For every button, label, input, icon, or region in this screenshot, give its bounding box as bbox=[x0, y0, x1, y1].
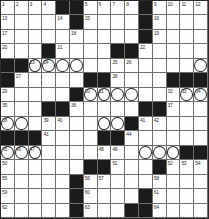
clue-number-63: 63 bbox=[85, 204, 90, 210]
cell-r3c4[interactable] bbox=[42, 30, 56, 44]
clue-number-49: 49 bbox=[112, 146, 117, 152]
circle-marker bbox=[70, 59, 83, 72]
cell-r10c15[interactable] bbox=[194, 131, 208, 145]
cell-r2c8[interactable] bbox=[98, 15, 112, 29]
cell-r13c8[interactable]: 57 bbox=[98, 175, 112, 189]
cell-r13c15[interactable] bbox=[194, 175, 208, 189]
cell-r9c3[interactable] bbox=[29, 117, 43, 131]
clue-number-19: 19 bbox=[154, 30, 159, 36]
clue-number-41: 41 bbox=[140, 117, 145, 123]
cell-r13c12[interactable]: 58 bbox=[153, 175, 167, 189]
cell-r5c13[interactable] bbox=[167, 59, 181, 73]
cell-r4c13[interactable] bbox=[167, 44, 181, 58]
cell-r8c14[interactable] bbox=[180, 102, 194, 116]
cell-r1c13[interactable]: 10 bbox=[167, 1, 181, 15]
cell-r12c2[interactable] bbox=[15, 160, 29, 174]
black-cell-r12c12 bbox=[153, 160, 167, 174]
black-cell-r10c1 bbox=[1, 131, 15, 145]
clue-number-16: 16 bbox=[154, 15, 159, 21]
clue-number-62: 62 bbox=[2, 204, 7, 210]
cell-r13c5[interactable] bbox=[56, 175, 70, 189]
black-cell-r4c10 bbox=[125, 44, 139, 58]
cell-r9c4[interactable]: 39 bbox=[42, 117, 56, 131]
cell-r15c7[interactable]: 63 bbox=[84, 204, 98, 218]
clue-number-54: 54 bbox=[195, 160, 200, 166]
cell-r14c12[interactable]: 61 bbox=[153, 189, 167, 203]
black-cell-r4c4 bbox=[42, 44, 56, 58]
cell-r14c10[interactable] bbox=[125, 189, 139, 203]
cell-r5c10[interactable]: 26 bbox=[125, 59, 139, 73]
cell-r5c3[interactable]: 23 bbox=[29, 59, 43, 73]
circle-marker bbox=[1, 146, 14, 159]
black-cell-r10c8 bbox=[98, 131, 112, 145]
cell-r8c15[interactable] bbox=[194, 102, 208, 116]
clue-number-56: 56 bbox=[85, 175, 90, 181]
clue-number-5: 5 bbox=[85, 1, 87, 7]
cell-r1c7[interactable]: 5 bbox=[84, 1, 98, 15]
clue-number-2: 2 bbox=[16, 1, 18, 7]
clue-number-11: 11 bbox=[181, 1, 186, 7]
cell-r12c11[interactable] bbox=[139, 160, 153, 174]
cell-r9c1[interactable]: 38 bbox=[1, 117, 15, 131]
clue-number-25: 25 bbox=[112, 59, 117, 65]
cell-r2c5[interactable]: 14 bbox=[56, 15, 70, 29]
cell-r3c10[interactable] bbox=[125, 30, 139, 44]
circle-marker bbox=[111, 88, 124, 101]
cell-r15c1[interactable]: 62 bbox=[1, 204, 15, 218]
cell-r5c4[interactable]: 24 bbox=[42, 59, 56, 73]
cell-r5c6[interactable] bbox=[70, 59, 84, 73]
cell-r11c9[interactable]: 49 bbox=[111, 146, 125, 160]
cell-r8c13[interactable]: 37 bbox=[167, 102, 181, 116]
cell-r10c6[interactable] bbox=[70, 131, 84, 145]
cell-r9c5[interactable]: 40 bbox=[56, 117, 70, 131]
circle-marker bbox=[56, 59, 69, 72]
cell-r2c10[interactable] bbox=[125, 15, 139, 29]
clue-number-29: 29 bbox=[2, 88, 7, 94]
black-cell-r6c15 bbox=[194, 73, 208, 87]
cell-r9c8[interactable] bbox=[98, 117, 112, 131]
clue-number-14: 14 bbox=[57, 15, 62, 21]
cell-r3c14[interactable] bbox=[180, 30, 194, 44]
cell-r11c7[interactable] bbox=[84, 146, 98, 160]
cell-r1c2[interactable]: 2 bbox=[15, 1, 29, 15]
black-cell-r12c8 bbox=[98, 160, 112, 174]
clue-number-8: 8 bbox=[126, 1, 128, 7]
clue-number-13: 13 bbox=[2, 15, 7, 21]
cell-r6c2[interactable]: 27 bbox=[15, 73, 29, 87]
cell-r14c13[interactable] bbox=[167, 189, 181, 203]
cell-r14c5[interactable] bbox=[56, 189, 70, 203]
cell-r9c12[interactable]: 42 bbox=[153, 117, 167, 131]
clue-number-39: 39 bbox=[43, 117, 48, 123]
cell-r15c4[interactable] bbox=[42, 204, 56, 218]
cell-r13c10[interactable] bbox=[125, 175, 139, 189]
cell-r13c2[interactable] bbox=[15, 175, 29, 189]
cell-r6c11[interactable] bbox=[139, 73, 153, 87]
black-cell-r6c1 bbox=[1, 73, 15, 87]
clue-number-42: 42 bbox=[154, 117, 159, 123]
circle-marker bbox=[194, 88, 207, 101]
cell-r7c10[interactable] bbox=[125, 88, 139, 102]
cell-r2c2[interactable] bbox=[15, 15, 29, 29]
black-cell-r6c7 bbox=[84, 73, 98, 87]
cell-r14c8[interactable] bbox=[98, 189, 112, 203]
cell-r11c11[interactable] bbox=[139, 146, 153, 160]
clue-number-35: 35 bbox=[2, 102, 7, 108]
cell-r7c14[interactable]: 33 bbox=[180, 88, 194, 102]
circle-marker bbox=[42, 59, 55, 72]
cell-r9c9[interactable] bbox=[111, 117, 125, 131]
black-cell-r10c9 bbox=[111, 131, 125, 145]
cell-r13c1[interactable]: 55 bbox=[1, 175, 15, 189]
cell-r9c15[interactable] bbox=[194, 117, 208, 131]
black-cell-r1c6 bbox=[70, 1, 84, 15]
cell-r10c4[interactable]: 43 bbox=[42, 131, 56, 145]
black-cell-r6c14 bbox=[180, 73, 194, 87]
cell-r1c10[interactable]: 8 bbox=[125, 1, 139, 15]
cell-r7c12[interactable] bbox=[153, 88, 167, 102]
cell-r1c9[interactable]: 7 bbox=[111, 1, 125, 15]
cell-r14c7[interactable]: 60 bbox=[84, 189, 98, 203]
cell-r14c1[interactable]: 59 bbox=[1, 189, 15, 203]
cell-r14c4[interactable] bbox=[42, 189, 56, 203]
cell-r15c12[interactable]: 64 bbox=[153, 204, 167, 218]
cell-r7c11[interactable] bbox=[139, 88, 153, 102]
cell-r6c6[interactable] bbox=[70, 73, 84, 87]
clue-number-52: 52 bbox=[168, 160, 173, 166]
cell-r7c7[interactable]: 30 bbox=[84, 88, 98, 102]
black-cell-r2c11 bbox=[139, 15, 153, 29]
cell-r7c4[interactable] bbox=[42, 88, 56, 102]
clue-number-32: 32 bbox=[168, 88, 173, 94]
black-cell-r14c6 bbox=[70, 189, 84, 203]
cell-r13c7[interactable]: 56 bbox=[84, 175, 98, 189]
cell-r13c13[interactable] bbox=[167, 175, 181, 189]
cell-r6c3[interactable] bbox=[29, 73, 43, 87]
circle-marker bbox=[15, 146, 28, 159]
clue-number-51: 51 bbox=[112, 160, 117, 166]
cell-r8c1[interactable]: 35 bbox=[1, 102, 15, 116]
cell-r4c11[interactable]: 22 bbox=[139, 44, 153, 58]
cell-r12c15[interactable]: 54 bbox=[194, 160, 208, 174]
cell-r14c2[interactable] bbox=[15, 189, 29, 203]
cell-r2c7[interactable]: 15 bbox=[84, 15, 98, 29]
cell-r10c14[interactable] bbox=[180, 131, 194, 145]
cell-r15c5[interactable] bbox=[56, 204, 70, 218]
black-cell-r13c6 bbox=[70, 175, 84, 189]
cell-r12c4[interactable] bbox=[42, 160, 56, 174]
cell-r11c1[interactable]: 45 bbox=[1, 146, 15, 160]
circle-marker bbox=[1, 117, 14, 130]
cell-r8c2[interactable] bbox=[15, 102, 29, 116]
circle-marker bbox=[15, 117, 28, 130]
crossword-board: 1234567891011121314151617181920212223242… bbox=[0, 0, 209, 219]
cell-r13c9[interactable] bbox=[111, 175, 125, 189]
cell-r11c8[interactable]: 48 bbox=[98, 146, 112, 160]
clue-number-6: 6 bbox=[99, 1, 101, 7]
cell-r8c8[interactable] bbox=[98, 102, 112, 116]
clue-number-61: 61 bbox=[154, 189, 159, 195]
cell-r3c8[interactable] bbox=[98, 30, 112, 44]
black-cell-r7c6 bbox=[70, 88, 84, 102]
cell-r14c9[interactable] bbox=[111, 189, 125, 203]
cell-r5c12[interactable] bbox=[153, 59, 167, 73]
black-cell-r8c5 bbox=[56, 102, 70, 116]
cell-r11c10[interactable] bbox=[125, 146, 139, 160]
cell-r4c2[interactable] bbox=[15, 44, 29, 58]
black-cell-r6c13 bbox=[167, 73, 181, 87]
cell-r5c15[interactable] bbox=[194, 59, 208, 73]
cell-r10c7[interactable] bbox=[84, 131, 98, 145]
cell-r6c10[interactable] bbox=[125, 73, 139, 87]
cell-r2c1[interactable]: 13 bbox=[1, 15, 15, 29]
cell-r2c9[interactable] bbox=[111, 15, 125, 29]
circle-marker bbox=[84, 88, 97, 101]
cell-r6c12[interactable] bbox=[153, 73, 167, 87]
black-cell-r11c14 bbox=[180, 146, 194, 160]
black-cell-r12c7 bbox=[84, 160, 98, 174]
cell-r3c5[interactable] bbox=[56, 30, 70, 44]
cell-r13c11[interactable] bbox=[139, 175, 153, 189]
black-cell-r3c11 bbox=[139, 30, 153, 44]
cell-r10c13[interactable] bbox=[167, 131, 181, 145]
cell-r10c10[interactable]: 44 bbox=[125, 131, 139, 145]
cell-r4c6[interactable] bbox=[70, 44, 84, 58]
clue-number-18: 18 bbox=[71, 30, 76, 36]
cell-r2c3[interactable] bbox=[29, 15, 43, 29]
cell-r6c9[interactable]: 28 bbox=[111, 73, 125, 87]
clue-number-15: 15 bbox=[85, 15, 90, 21]
cell-r7c15[interactable]: 34 bbox=[194, 88, 208, 102]
clue-number-10: 10 bbox=[168, 1, 173, 7]
cell-r8c6[interactable]: 36 bbox=[70, 102, 84, 116]
cell-r10c12[interactable] bbox=[153, 131, 167, 145]
circle-marker bbox=[29, 59, 42, 72]
cell-r5c14[interactable] bbox=[180, 59, 194, 73]
cell-r11c6[interactable] bbox=[70, 146, 84, 160]
black-cell-r4c9 bbox=[111, 44, 125, 58]
cell-r12c5[interactable] bbox=[56, 160, 70, 174]
cell-r8c10[interactable] bbox=[125, 102, 139, 116]
clue-number-22: 22 bbox=[140, 44, 145, 50]
clue-number-27: 27 bbox=[16, 73, 21, 79]
cell-r11c2[interactable]: 46 bbox=[15, 146, 29, 160]
cell-r5c9[interactable]: 25 bbox=[111, 59, 125, 73]
black-cell-r15c6 bbox=[70, 204, 84, 218]
cell-r15c8[interactable] bbox=[98, 204, 112, 218]
black-cell-r5c2 bbox=[15, 59, 29, 73]
cell-r9c6[interactable] bbox=[70, 117, 84, 131]
cell-r5c7[interactable] bbox=[84, 59, 98, 73]
cell-r12c3[interactable] bbox=[29, 160, 43, 174]
cell-r3c2[interactable] bbox=[15, 30, 29, 44]
black-cell-r5c1 bbox=[1, 59, 15, 73]
black-cell-r15c11 bbox=[139, 204, 153, 218]
cell-r4c15[interactable] bbox=[194, 44, 208, 58]
cell-r9c7[interactable] bbox=[84, 117, 98, 131]
cell-r7c1[interactable]: 29 bbox=[1, 88, 15, 102]
circle-marker bbox=[139, 146, 152, 159]
clue-number-57: 57 bbox=[99, 175, 104, 181]
black-cell-r10c3 bbox=[29, 131, 43, 145]
black-cell-r8c12 bbox=[153, 102, 167, 116]
cell-r2c12[interactable]: 16 bbox=[153, 15, 167, 29]
cell-r10c11[interactable] bbox=[139, 131, 153, 145]
clue-number-48: 48 bbox=[99, 146, 104, 152]
circle-marker bbox=[111, 117, 124, 130]
circle-marker bbox=[180, 88, 193, 101]
cell-r8c3[interactable] bbox=[29, 102, 43, 116]
cell-r7c9[interactable] bbox=[111, 88, 125, 102]
cell-r12c13[interactable]: 52 bbox=[167, 160, 181, 174]
cell-r2c14[interactable] bbox=[180, 15, 194, 29]
clue-number-64: 64 bbox=[154, 204, 159, 210]
cell-r12c9[interactable]: 51 bbox=[111, 160, 125, 174]
clue-number-17: 17 bbox=[2, 30, 7, 36]
cell-r8c7[interactable] bbox=[84, 102, 98, 116]
cell-r3c12[interactable]: 19 bbox=[153, 30, 167, 44]
cell-r1c4[interactable]: 4 bbox=[42, 1, 56, 15]
black-cell-r9c10 bbox=[125, 117, 139, 131]
cell-r9c11[interactable]: 41 bbox=[139, 117, 153, 131]
cell-r1c12[interactable]: 9 bbox=[153, 1, 167, 15]
clue-number-28: 28 bbox=[112, 73, 117, 79]
circle-marker bbox=[125, 88, 138, 101]
cell-r4c12[interactable] bbox=[153, 44, 167, 58]
cell-r15c15[interactable] bbox=[194, 204, 208, 218]
cell-r7c2[interactable] bbox=[15, 88, 29, 102]
cell-r5c11[interactable] bbox=[139, 59, 153, 73]
cell-r10c5[interactable] bbox=[56, 131, 70, 145]
clue-number-12: 12 bbox=[195, 1, 200, 7]
clue-number-43: 43 bbox=[43, 131, 48, 137]
cell-r3c1[interactable]: 17 bbox=[1, 30, 15, 44]
cell-r9c2[interactable] bbox=[15, 117, 29, 131]
cell-r7c3[interactable] bbox=[29, 88, 43, 102]
cell-r13c3[interactable] bbox=[29, 175, 43, 189]
cell-r12c14[interactable]: 53 bbox=[180, 160, 194, 174]
black-cell-r1c5 bbox=[56, 1, 70, 15]
cell-r11c5[interactable] bbox=[56, 146, 70, 160]
clue-number-53: 53 bbox=[181, 160, 186, 166]
cell-r4c14[interactable] bbox=[180, 44, 194, 58]
cell-r1c1[interactable]: 1 bbox=[1, 1, 15, 15]
black-cell-r8c11 bbox=[139, 102, 153, 116]
cell-r4c3[interactable] bbox=[29, 44, 43, 58]
clue-number-20: 20 bbox=[2, 44, 7, 50]
crossword-puzzle: 1234567891011121314151617181920212223242… bbox=[0, 0, 209, 219]
clue-number-1: 1 bbox=[2, 1, 4, 7]
cell-r3c13[interactable] bbox=[167, 30, 181, 44]
black-cell-r2c6 bbox=[70, 15, 84, 29]
cell-r15c14[interactable] bbox=[180, 204, 194, 218]
cell-r14c15[interactable] bbox=[194, 189, 208, 203]
clue-number-36: 36 bbox=[71, 102, 76, 108]
cell-r1c15[interactable]: 12 bbox=[194, 1, 208, 15]
clue-number-9: 9 bbox=[154, 1, 156, 7]
cell-r14c14[interactable] bbox=[180, 189, 194, 203]
cell-r7c5[interactable] bbox=[56, 88, 70, 102]
circle-marker bbox=[167, 146, 180, 159]
cell-r12c6[interactable] bbox=[70, 160, 84, 174]
cell-r3c7[interactable] bbox=[84, 30, 98, 44]
cell-r2c4[interactable] bbox=[42, 15, 56, 29]
clue-number-21: 21 bbox=[57, 44, 62, 50]
cell-r1c14[interactable]: 11 bbox=[180, 1, 194, 15]
cell-r8c9[interactable] bbox=[111, 102, 125, 116]
black-cell-r1c11 bbox=[139, 1, 153, 15]
clue-number-55: 55 bbox=[2, 175, 7, 181]
cell-r6c4[interactable] bbox=[42, 73, 56, 87]
cell-r12c10[interactable] bbox=[125, 160, 139, 174]
cell-r11c12[interactable] bbox=[153, 146, 167, 160]
clue-number-60: 60 bbox=[85, 189, 90, 195]
circle-marker bbox=[153, 146, 166, 159]
cell-r13c14[interactable] bbox=[180, 175, 194, 189]
cell-r15c13[interactable] bbox=[167, 204, 181, 218]
clue-number-44: 44 bbox=[126, 131, 131, 137]
cell-r3c9[interactable] bbox=[111, 30, 125, 44]
cell-r2c15[interactable] bbox=[194, 15, 208, 29]
clue-number-59: 59 bbox=[2, 189, 7, 195]
cell-r4c7[interactable] bbox=[84, 44, 98, 58]
clue-number-7: 7 bbox=[112, 1, 114, 7]
cell-r15c9[interactable] bbox=[111, 204, 125, 218]
cell-r9c14[interactable] bbox=[180, 117, 194, 131]
cell-r15c3[interactable] bbox=[29, 204, 43, 218]
cell-r7c8[interactable]: 31 bbox=[98, 88, 112, 102]
cell-r4c5[interactable]: 21 bbox=[56, 44, 70, 58]
circle-marker bbox=[29, 146, 42, 159]
cell-r3c6[interactable]: 18 bbox=[70, 30, 84, 44]
clue-number-3: 3 bbox=[30, 1, 32, 7]
black-cell-r8c4 bbox=[42, 102, 56, 116]
clue-number-40: 40 bbox=[57, 117, 62, 123]
cell-r1c8[interactable]: 6 bbox=[98, 1, 112, 15]
cell-r3c15[interactable] bbox=[194, 30, 208, 44]
cell-r2c13[interactable] bbox=[167, 15, 181, 29]
cell-r11c13[interactable] bbox=[167, 146, 181, 160]
cell-r13c4[interactable] bbox=[42, 175, 56, 189]
cell-r15c2[interactable] bbox=[15, 204, 29, 218]
cell-r5c8[interactable] bbox=[98, 59, 112, 73]
cell-r4c1[interactable]: 20 bbox=[1, 44, 15, 58]
clue-number-37: 37 bbox=[168, 102, 173, 108]
cell-r1c3[interactable]: 3 bbox=[29, 1, 43, 15]
cell-r12c1[interactable]: 50 bbox=[1, 160, 15, 174]
clue-number-50: 50 bbox=[2, 160, 7, 166]
cell-r11c3[interactable]: 47 bbox=[29, 146, 43, 160]
black-cell-r14c11 bbox=[139, 189, 153, 203]
black-cell-r15c10 bbox=[125, 204, 139, 218]
clue-number-26: 26 bbox=[126, 59, 131, 65]
clue-number-4: 4 bbox=[43, 1, 45, 7]
cell-r4c8[interactable] bbox=[98, 44, 112, 58]
black-cell-r6c8 bbox=[98, 73, 112, 87]
black-cell-r11c15 bbox=[194, 146, 208, 160]
cell-r5c5[interactable] bbox=[56, 59, 70, 73]
cell-r6c5[interactable] bbox=[56, 73, 70, 87]
cell-r11c4[interactable] bbox=[42, 146, 56, 160]
clue-number-58: 58 bbox=[154, 175, 159, 181]
circle-marker bbox=[98, 117, 111, 130]
cell-r14c3[interactable] bbox=[29, 189, 43, 203]
cell-r3c3[interactable] bbox=[29, 30, 43, 44]
circle-marker bbox=[194, 59, 207, 72]
cell-r7c13[interactable]: 32 bbox=[167, 88, 181, 102]
cell-r9c13[interactable] bbox=[167, 117, 181, 131]
